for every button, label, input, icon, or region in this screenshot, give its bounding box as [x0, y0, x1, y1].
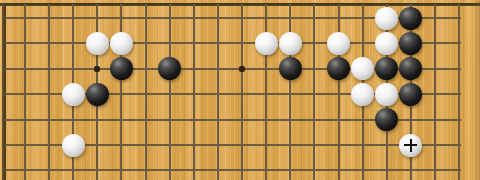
go-board[interactable]: [0, 0, 480, 180]
grid-line-vertical: [145, 4, 147, 180]
white-stone: [351, 83, 374, 106]
grid-line-vertical: [458, 4, 460, 180]
grid-line-vertical: [241, 4, 243, 180]
black-stone: [399, 7, 422, 30]
cross-bar-vertical: [410, 139, 412, 152]
black-stone: [279, 57, 302, 80]
white-stone: [351, 57, 374, 80]
white-stone: [279, 32, 302, 55]
white-stone: [399, 134, 422, 157]
board-right-margin-shade: [475, 0, 480, 180]
grid-line-vertical: [289, 4, 291, 180]
black-stone: [375, 57, 398, 80]
white-stone: [110, 32, 133, 55]
white-stone: [255, 32, 278, 55]
black-stone: [327, 57, 350, 80]
grid-line-vertical: [24, 4, 26, 180]
black-stone: [399, 83, 422, 106]
white-stone: [375, 7, 398, 30]
black-stone: [86, 83, 109, 106]
grid-line-vertical: [338, 4, 340, 180]
white-stone: [327, 32, 350, 55]
grid-line-vertical: [169, 4, 171, 180]
grid-line-vertical: [265, 4, 267, 180]
black-stone: [110, 57, 133, 80]
grid-line-vertical: [217, 4, 219, 180]
black-stone: [375, 108, 398, 131]
white-stone: [375, 83, 398, 106]
white-stone: [62, 134, 85, 157]
black-stone: [399, 32, 422, 55]
grid-line-vertical: [193, 4, 195, 180]
star-point: [94, 66, 100, 72]
black-stone: [399, 57, 422, 80]
star-point: [239, 66, 245, 72]
grid-line-vertical: [313, 4, 315, 180]
white-stone: [86, 32, 109, 55]
grid-line-vertical: [120, 4, 122, 180]
board-left-edge: [2, 3, 6, 180]
grid-line-vertical: [434, 4, 436, 180]
white-stone: [375, 32, 398, 55]
white-stone: [62, 83, 85, 106]
grid-line-vertical: [48, 4, 50, 180]
last-move-cross-icon: [399, 134, 422, 157]
black-stone: [158, 57, 181, 80]
grid-line-horizontal: [5, 169, 461, 171]
